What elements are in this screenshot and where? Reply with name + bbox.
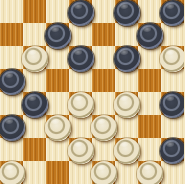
square-f8[interactable] <box>115 0 138 23</box>
square-a5[interactable] <box>0 69 23 92</box>
square-b2[interactable] <box>23 138 46 161</box>
square-f3 <box>115 115 138 138</box>
square-g2 <box>138 138 161 161</box>
black-man-f8[interactable] <box>114 0 140 26</box>
square-e3[interactable] <box>92 115 115 138</box>
square-c7[interactable] <box>46 23 69 46</box>
square-h4[interactable] <box>161 92 184 115</box>
white-man-g1[interactable] <box>137 161 163 184</box>
white-man-a1[interactable] <box>0 161 25 184</box>
square-g1[interactable] <box>138 161 161 184</box>
square-g8 <box>138 0 161 23</box>
black-man-h2[interactable] <box>160 138 185 164</box>
black-man-a3[interactable] <box>0 115 25 141</box>
square-c6 <box>46 46 69 69</box>
square-d6[interactable] <box>69 46 92 69</box>
square-d4[interactable] <box>69 92 92 115</box>
black-man-b4[interactable] <box>22 92 48 118</box>
square-d2[interactable] <box>69 138 92 161</box>
square-c5[interactable] <box>46 69 69 92</box>
black-man-h8[interactable] <box>160 0 185 26</box>
square-a8 <box>0 0 23 23</box>
square-e8 <box>92 0 115 23</box>
square-c2 <box>46 138 69 161</box>
white-man-e3[interactable] <box>91 115 117 141</box>
square-b1 <box>23 161 46 184</box>
square-e5[interactable] <box>92 69 115 92</box>
white-man-h6[interactable] <box>160 46 185 72</box>
square-b3 <box>23 115 46 138</box>
square-f7 <box>115 23 138 46</box>
white-man-f4[interactable] <box>114 92 140 118</box>
black-man-g7[interactable] <box>137 23 163 49</box>
black-man-h4[interactable] <box>160 92 185 118</box>
square-a3[interactable] <box>0 115 23 138</box>
square-b6[interactable] <box>23 46 46 69</box>
square-g3[interactable] <box>138 115 161 138</box>
square-d1 <box>69 161 92 184</box>
black-man-f6[interactable] <box>114 46 140 72</box>
square-b8[interactable] <box>23 0 46 23</box>
white-man-e1[interactable] <box>91 161 117 184</box>
square-c3[interactable] <box>46 115 69 138</box>
square-a6 <box>0 46 23 69</box>
square-e2 <box>92 138 115 161</box>
square-g5[interactable] <box>138 69 161 92</box>
white-man-d4[interactable] <box>68 92 94 118</box>
square-a2 <box>0 138 23 161</box>
square-b4[interactable] <box>23 92 46 115</box>
white-man-d2[interactable] <box>68 138 94 164</box>
square-f2[interactable] <box>115 138 138 161</box>
square-h5 <box>161 69 184 92</box>
black-man-a5[interactable] <box>0 69 25 95</box>
white-man-b6[interactable] <box>22 46 48 72</box>
square-f6[interactable] <box>115 46 138 69</box>
black-man-d6[interactable] <box>68 46 94 72</box>
square-h3 <box>161 115 184 138</box>
square-a1[interactable] <box>0 161 23 184</box>
square-e1[interactable] <box>92 161 115 184</box>
square-h8[interactable] <box>161 0 184 23</box>
square-b5 <box>23 69 46 92</box>
checkers-board <box>0 0 184 184</box>
square-h1 <box>161 161 184 184</box>
square-b7 <box>23 23 46 46</box>
square-g6 <box>138 46 161 69</box>
square-h6[interactable] <box>161 46 184 69</box>
square-f1 <box>115 161 138 184</box>
white-man-c3[interactable] <box>45 115 71 141</box>
square-e6 <box>92 46 115 69</box>
black-man-d8[interactable] <box>68 0 94 26</box>
square-h7 <box>161 23 184 46</box>
square-d5 <box>69 69 92 92</box>
square-c1[interactable] <box>46 161 69 184</box>
square-d7 <box>69 23 92 46</box>
square-g4 <box>138 92 161 115</box>
square-d3 <box>69 115 92 138</box>
square-c4 <box>46 92 69 115</box>
black-man-c7[interactable] <box>45 23 71 49</box>
square-c8 <box>46 0 69 23</box>
white-man-f2[interactable] <box>114 138 140 164</box>
square-g7[interactable] <box>138 23 161 46</box>
square-e4 <box>92 92 115 115</box>
square-e7[interactable] <box>92 23 115 46</box>
square-f4[interactable] <box>115 92 138 115</box>
square-a4 <box>0 92 23 115</box>
square-h2[interactable] <box>161 138 184 161</box>
square-a7[interactable] <box>0 23 23 46</box>
square-f5 <box>115 69 138 92</box>
square-d8[interactable] <box>69 0 92 23</box>
